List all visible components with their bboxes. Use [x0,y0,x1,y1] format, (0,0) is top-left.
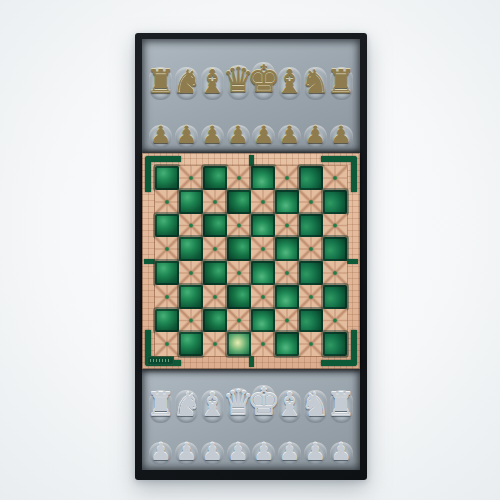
board-square-r5c4 [251,285,275,309]
board-square-r5c1 [179,285,203,309]
board-square-r0c6 [299,166,323,190]
silver-pawn-piece: ♟ [279,440,301,464]
board-square-r1c5 [275,190,299,214]
board-square-r7c7 [323,332,347,356]
bottom-tray-slot-pawn: ♟ [277,440,302,466]
top-tray-slot-pawn: ♟ [251,123,276,149]
board-square-r0c5 [275,166,299,190]
board-square-r0c1 [179,166,203,190]
bottom-tray-slot-bishop: ♝ [200,388,225,424]
board-square-r5c3 [227,285,251,309]
bottom-tray-slot-pawn: ♟ [303,440,328,466]
silver-pawn-piece: ♟ [330,440,352,464]
top-tray-slot-king: ♚ [251,60,276,101]
top-tray-slot-knight: ♞ [303,65,328,101]
bottom-tray-pawns-row: ♟♟♟♟♟♟♟♟ [148,424,354,466]
bottom-tray-slot-pawn: ♟ [200,440,225,466]
top-tray-pawns-row: ♟♟♟♟♟♟♟♟ [148,101,354,149]
brass-pawn-piece: ♟ [279,123,301,147]
board-square-r7c1 [179,332,203,356]
board-square-r6c7 [323,309,347,333]
silver-pawn-piece: ♟ [150,440,172,464]
board-square-r1c0 [155,190,179,214]
brass-pawn-piece: ♟ [253,123,275,147]
bottom-tray-slot-rook: ♜ [148,388,173,424]
board-square-r6c3 [227,309,251,333]
bottom-tray-slot-pawn: ♟ [226,440,251,466]
bottom-tray-slot-king: ♚ [251,383,276,424]
top-tray-slot-knight: ♞ [174,65,199,101]
board-square-r3c7 [323,237,347,261]
bottom-foam-tray-silver-pieces: ♜♞♝♛♚♝♞♜♟♟♟♟♟♟♟♟ [142,369,360,470]
board-square-r7c0 [155,332,179,356]
board-square-r2c4 [251,214,275,238]
board-square-r0c3 [227,166,251,190]
chess-board [142,153,360,369]
top-tray-slot-bishop: ♝ [200,65,225,101]
top-tray-slot-pawn: ♟ [200,123,225,149]
board-square-r2c3 [227,214,251,238]
board-square-r5c6 [299,285,323,309]
board-square-r4c4 [251,261,275,285]
board-square-r4c5 [275,261,299,285]
board-square-r3c3 [227,237,251,261]
board-square-r5c0 [155,285,179,309]
board-square-r6c6 [299,309,323,333]
board-square-r3c2 [203,237,227,261]
board-square-r1c4 [251,190,275,214]
board-square-r7c6 [299,332,323,356]
board-square-r4c0 [155,261,179,285]
board-square-r0c2 [203,166,227,190]
board-square-r0c0 [155,166,179,190]
brass-rook-piece: ♜ [326,65,356,98]
bottom-tray-slot-pawn: ♟ [251,440,276,466]
board-square-r1c6 [299,190,323,214]
board-square-r2c6 [299,214,323,238]
brass-pawn-piece: ♟ [176,123,198,147]
board-square-r4c6 [299,261,323,285]
board-square-r6c0 [155,309,179,333]
board-square-r4c3 [227,261,251,285]
top-tray-major-pieces-row: ♜♞♝♛♚♝♞♜ [148,42,354,101]
board-square-r6c4 [251,309,275,333]
brass-pawn-piece: ♟ [305,123,327,147]
top-tray-slot-pawn: ♟ [148,123,173,149]
board-square-r7c5 [275,332,299,356]
board-square-r4c1 [179,261,203,285]
bottom-tray-slot-pawn: ♟ [329,440,354,466]
board-square-r5c2 [203,285,227,309]
bottom-tray-slot-pawn: ♟ [148,440,173,466]
board-square-r2c7 [323,214,347,238]
board-square-r2c1 [179,214,203,238]
board-square-r2c2 [203,214,227,238]
silver-pawn-piece: ♟ [176,440,198,464]
product-photo-background: ♜♞♝♛♚♝♞♜♟♟♟♟♟♟♟♟ ♜♞♝♛♚♝♞♜♟♟♟♟♟♟♟♟ [0,0,500,500]
top-tray-slot-pawn: ♟ [329,123,354,149]
board-square-r6c1 [179,309,203,333]
board-square-r3c4 [251,237,275,261]
maker-signature-plaque [147,356,174,365]
top-foam-tray-brass-pieces: ♜♞♝♛♚♝♞♜♟♟♟♟♟♟♟♟ [142,39,360,153]
board-square-r1c2 [203,190,227,214]
board-grid [155,166,347,356]
board-square-r6c2 [203,309,227,333]
board-square-r1c3 [227,190,251,214]
board-square-r2c5 [275,214,299,238]
brass-pawn-piece: ♟ [227,123,249,147]
board-square-r1c1 [179,190,203,214]
board-square-r4c7 [323,261,347,285]
board-square-r4c2 [203,261,227,285]
top-tray-slot-pawn: ♟ [174,123,199,149]
board-square-r3c6 [299,237,323,261]
bottom-tray-major-pieces-row: ♜♞♝♛♚♝♞♜ [148,372,354,424]
board-square-r6c5 [275,309,299,333]
bottom-tray-slot-rook: ♜ [329,388,354,424]
top-tray-slot-rook: ♜ [148,65,173,101]
top-tray-slot-pawn: ♟ [226,123,251,149]
top-tray-slot-pawn: ♟ [277,123,302,149]
board-square-r5c7 [323,285,347,309]
bottom-tray-slot-knight: ♞ [174,388,199,424]
silver-pawn-piece: ♟ [305,440,327,464]
bottom-tray-slot-bishop: ♝ [277,388,302,424]
top-tray-slot-bishop: ♝ [277,65,302,101]
board-square-r3c0 [155,237,179,261]
board-square-r3c5 [275,237,299,261]
box-interior: ♜♞♝♛♚♝♞♜♟♟♟♟♟♟♟♟ ♜♞♝♛♚♝♞♜♟♟♟♟♟♟♟♟ [142,39,360,470]
top-tray-slot-rook: ♜ [329,65,354,101]
top-tray-slot-pawn: ♟ [303,123,328,149]
board-square-r0c4 [251,166,275,190]
chess-set-box: ♜♞♝♛♚♝♞♜♟♟♟♟♟♟♟♟ ♜♞♝♛♚♝♞♜♟♟♟♟♟♟♟♟ [135,33,367,480]
silver-rook-piece: ♜ [326,388,356,421]
bottom-tray-slot-pawn: ♟ [174,440,199,466]
brass-pawn-piece: ♟ [202,123,224,147]
silver-pawn-piece: ♟ [202,440,224,464]
board-square-r1c7 [323,190,347,214]
board-square-r5c5 [275,285,299,309]
board-square-r7c3 [227,332,251,356]
brass-pawn-piece: ♟ [150,123,172,147]
board-square-r7c2 [203,332,227,356]
board-square-r0c7 [323,166,347,190]
bottom-tray-slot-knight: ♞ [303,388,328,424]
board-square-r7c4 [251,332,275,356]
silver-pawn-piece: ♟ [253,440,275,464]
board-square-r3c1 [179,237,203,261]
brass-pawn-piece: ♟ [330,123,352,147]
board-square-r2c0 [155,214,179,238]
silver-pawn-piece: ♟ [227,440,249,464]
